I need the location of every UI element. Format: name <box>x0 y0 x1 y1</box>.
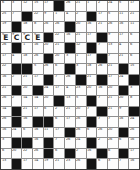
cell-number: 8 <box>130 96 132 99</box>
black-cell <box>129 75 139 85</box>
grid-cell-r4c4[interactable]: 5E <box>33 33 43 43</box>
grid-cell-r5c3[interactable]: 1 <box>22 43 32 53</box>
cell-number: 5 <box>76 96 78 99</box>
grid-cell-r10c8[interactable]: 5 <box>76 96 86 106</box>
grid-cell-r16c6[interactable]: 21 <box>54 159 64 169</box>
grid-cell-r10c5[interactable]: 20 <box>44 96 54 106</box>
grid-cell-r5c1[interactable]: 26 <box>1 43 11 53</box>
grid-cell-r4c7[interactable]: 16 <box>65 33 75 43</box>
black-cell <box>76 75 86 85</box>
cell-number: 24 <box>119 75 123 78</box>
grid-cell-r12c3[interactable]: 16 <box>22 117 32 127</box>
grid-cell-r4c1[interactable]: 5E <box>1 33 11 43</box>
grid-cell-r12c12[interactable]: 16 <box>119 117 129 127</box>
grid-cell-r12c8[interactable]: 26 <box>76 117 86 127</box>
grid-cell-r1c3[interactable]: 12 <box>22 1 32 11</box>
cell-number: 26 <box>34 54 38 57</box>
cell-number: 11 <box>44 128 48 131</box>
black-cell <box>97 54 107 64</box>
grid-cell-r3c5[interactable]: 26 <box>44 22 54 32</box>
grid-cell-r15c11[interactable]: 6 <box>108 149 118 159</box>
grid-cell-r13c3[interactable]: 6 <box>22 128 32 138</box>
cell-number: 22 <box>55 33 59 36</box>
grid-cell-r8c4[interactable]: 17 <box>33 75 43 85</box>
black-cell <box>22 12 32 22</box>
grid-cell-r3c4[interactable]: 8 <box>33 22 43 32</box>
grid-cell-r14c10[interactable]: 2 <box>97 138 107 148</box>
cell-number: 20 <box>44 96 48 99</box>
grid-cell-r2c10[interactable]: 17 <box>97 12 107 22</box>
grid-cell-r5c10[interactable]: 7 <box>97 43 107 53</box>
grid-cell-r14c4[interactable]: 16 <box>33 138 43 148</box>
cell-number: 24 <box>130 117 134 120</box>
grid-cell-r2c12[interactable]: 11 <box>119 12 129 22</box>
grid-cell-r13c6[interactable]: 17 <box>54 128 64 138</box>
grid-cell-r7c6[interactable]: 6 <box>54 64 64 74</box>
cell-number: 17 <box>87 33 91 36</box>
cell-number: 19 <box>44 159 48 162</box>
cell-number: 22 <box>2 64 6 67</box>
cell-number: 8 <box>34 22 36 25</box>
grid-cell-r8c6[interactable]: 7 <box>54 75 64 85</box>
grid-cell-r4c12[interactable]: 17 <box>119 33 129 43</box>
grid-cell-r7c1[interactable]: 22 <box>1 64 11 74</box>
grid-cell-r3c1[interactable]: 19 <box>1 22 11 32</box>
grid-cell-r13c13[interactable]: 26 <box>129 128 139 138</box>
grid-cell-r8c11[interactable]: 17 <box>108 75 118 85</box>
grid-cell-r2c2[interactable]: 7 <box>12 12 22 22</box>
cell-number: 17 <box>23 159 27 162</box>
cell-number: 21 <box>119 54 123 57</box>
grid-cell-r1c12[interactable]: 5 <box>119 1 129 11</box>
grid-cell-r13c9[interactable]: 6 <box>87 128 97 138</box>
grid-cell-r4c6[interactable]: 22 <box>54 33 64 43</box>
grid-cell-r13c5[interactable]: 11 <box>44 128 54 138</box>
cell-number: 16 <box>119 117 123 120</box>
grid-cell-r6c7[interactable]: 3 <box>65 54 75 64</box>
grid-cell-r16c4[interactable]: 14 <box>33 159 43 169</box>
grid-cell-r1c13[interactable]: 17 <box>129 1 139 11</box>
cell-number: 16 <box>2 128 6 131</box>
grid-cell-r16c7[interactable]: 23 <box>65 159 75 169</box>
grid-cell-r16c10[interactable]: 6 <box>97 159 107 169</box>
grid-cell-r6c3[interactable]: 18 <box>22 54 32 64</box>
black-cell <box>12 138 22 148</box>
grid-cell-r4c11[interactable]: 9 <box>108 33 118 43</box>
grid-cell-r3c12[interactable]: 16 <box>119 22 129 32</box>
grid-cell-r12c1[interactable]: 26 <box>1 117 11 127</box>
grid-cell-r10c3[interactable]: 14 <box>22 96 32 106</box>
codeword-grid: 6312151726211224517257229142175112119188… <box>0 0 140 170</box>
grid-cell-r10c11[interactable]: 21 <box>108 96 118 106</box>
grid-cell-r7c10[interactable]: 26 <box>97 64 107 74</box>
cell-number: 6 <box>44 107 46 110</box>
cell-number: 6 <box>108 149 110 152</box>
grid-cell-r1c7[interactable]: 26 <box>65 1 75 11</box>
cell-number: 7 <box>119 159 121 162</box>
cell-number: 3 <box>108 159 110 162</box>
grid-cell-r2c5[interactable]: 9 <box>44 12 54 22</box>
grid-cell-r5c8[interactable]: 12 <box>76 43 86 53</box>
grid-cell-r15c2[interactable]: 20 <box>12 149 22 159</box>
cell-number: 16 <box>34 43 38 46</box>
cell-number: 21 <box>108 96 112 99</box>
grid-cell-r10c2[interactable]: 2 <box>12 96 22 106</box>
grid-cell-r1c9[interactable]: 1 <box>87 1 97 11</box>
black-cell <box>119 86 129 96</box>
cell-number: 20 <box>12 149 16 152</box>
grid-cell-r5c11[interactable]: 13 <box>108 43 118 53</box>
cell-number: 6 <box>55 117 57 120</box>
black-cell <box>54 96 64 106</box>
cell-number: 21 <box>66 107 70 110</box>
black-cell <box>87 96 97 106</box>
grid-cell-r13c2[interactable]: 24 <box>12 128 22 138</box>
cell-number: 15 <box>34 1 38 4</box>
cell-number: 7 <box>12 12 14 15</box>
grid-cell-r7c13[interactable]: 15 <box>129 64 139 74</box>
grid-cell-r11c7[interactable]: 21 <box>65 107 75 117</box>
grid-cell-r11c4[interactable]: 17 <box>33 107 43 117</box>
black-cell <box>97 149 107 159</box>
grid-cell-r4c2[interactable]: 9C <box>12 33 22 43</box>
cell-number: 17 <box>130 149 134 152</box>
grid-cell-r15c6[interactable]: 6 <box>54 149 64 159</box>
grid-cell-r16c5[interactable]: 19 <box>44 159 54 169</box>
grid-cell-r6c1[interactable]: 17 <box>1 54 11 64</box>
grid-cell-r2c1[interactable]: 25 <box>1 12 11 22</box>
grid-cell-r13c4[interactable]: 16 <box>33 128 43 138</box>
grid-cell-r9c5[interactable]: 24 <box>44 86 54 96</box>
cell-number: 2 <box>76 12 78 15</box>
cell-number: 20 <box>108 128 112 131</box>
grid-cell-r6c2[interactable]: 4 <box>12 54 22 64</box>
grid-cell-r12c10[interactable]: 7 <box>97 117 107 127</box>
cell-number: 9 <box>119 107 121 110</box>
grid-cell-r6c6[interactable]: 20 <box>54 54 64 64</box>
black-cell <box>44 117 54 127</box>
grid-cell-r11c11[interactable]: 21 <box>108 107 118 117</box>
grid-cell-r13c1[interactable]: 16 <box>1 128 11 138</box>
grid-cell-r1c10[interactable]: 2 <box>97 1 107 11</box>
grid-cell-r2c11[interactable]: 5 <box>108 12 118 22</box>
grid-cell-r13c10[interactable]: 26 <box>97 128 107 138</box>
black-cell <box>44 33 54 43</box>
cell-number: 17 <box>98 12 102 15</box>
cell-number: 12 <box>76 43 80 46</box>
grid-cell-r2c4[interactable]: 22 <box>33 12 43 22</box>
cell-number: 4 <box>119 43 121 46</box>
cell-number: 20 <box>76 22 80 25</box>
cell-number: 17 <box>44 1 48 4</box>
grid-cell-r8c2[interactable]: 2 <box>12 75 22 85</box>
cell-number: 20 <box>76 107 80 110</box>
cell-number: 6 <box>2 149 4 152</box>
grid-cell-r12c7[interactable]: 17 <box>65 117 75 127</box>
cell-number: 1 <box>76 54 78 57</box>
black-cell <box>87 138 97 148</box>
grid-cell-r14c6[interactable]: 7 <box>54 138 64 148</box>
grid-cell-r6c11[interactable]: 7 <box>108 54 118 64</box>
grid-cell-r14c12[interactable]: 6 <box>119 138 129 148</box>
grid-cell-r7c5[interactable]: 26 <box>44 64 54 74</box>
black-cell <box>12 159 22 169</box>
cell-number: 16 <box>2 75 6 78</box>
black-cell <box>97 33 107 43</box>
grid-cell-r3c9[interactable]: 16 <box>87 22 97 32</box>
cell-number: 16 <box>130 138 134 141</box>
cell-number: 21 <box>87 75 91 78</box>
grid-cell-r3c6[interactable]: 26 <box>54 22 64 32</box>
grid-cell-r8c7[interactable]: 26 <box>65 75 75 85</box>
black-cell <box>119 64 129 74</box>
grid-cell-r1c8[interactable]: 21 <box>76 1 86 11</box>
grid-cell-r9c3[interactable]: 20 <box>22 86 32 96</box>
grid-cell-r8c9[interactable]: 21 <box>87 75 97 85</box>
grid-cell-r15c13[interactable]: 17 <box>129 149 139 159</box>
black-cell <box>65 22 75 32</box>
cell-number: 6 <box>2 1 4 4</box>
cell-number: 16 <box>87 149 91 152</box>
cell-number: 2 <box>98 1 100 4</box>
grid-cell-r6c12[interactable]: 21 <box>119 54 129 64</box>
grid-cell-r3c10[interactable]: 21 <box>97 22 107 32</box>
grid-cell-r1c4[interactable]: 15 <box>33 1 43 11</box>
cell-number: 18 <box>23 22 27 25</box>
grid-cell-r11c3[interactable]: 21 <box>22 107 32 117</box>
cell-number: 7 <box>108 54 110 57</box>
grid-cell-r6c9[interactable]: 17 <box>87 54 97 64</box>
cell-number: 22 <box>34 12 38 15</box>
cell-number: 22 <box>23 149 27 152</box>
grid-cell-r1c2[interactable]: 3 <box>12 1 22 11</box>
cell-number: 17 <box>55 128 59 131</box>
grid-cell-r15c4[interactable]: 26 <box>33 149 43 159</box>
grid-cell-r4c13[interactable]: 6 <box>129 33 139 43</box>
grid-cell-r14c13[interactable]: 16 <box>129 138 139 148</box>
cell-number: 16 <box>34 138 38 141</box>
grid-cell-r4c8[interactable]: 21 <box>76 33 86 43</box>
grid-cell-r16c13[interactable]: 16 <box>129 159 139 169</box>
grid-cell-r1c1[interactable]: 6 <box>1 1 11 11</box>
grid-cell-r6c8[interactable]: 1 <box>76 54 86 64</box>
cell-number: 6 <box>119 138 121 141</box>
cell-number: 2 <box>98 138 100 141</box>
grid-cell-r13c11[interactable]: 20 <box>108 128 118 138</box>
grid-cell-r5c4[interactable]: 16 <box>33 43 43 53</box>
cell-number: 6 <box>130 54 132 57</box>
grid-cell-r3c8[interactable]: 20 <box>76 22 86 32</box>
black-cell <box>65 128 75 138</box>
grid-cell-r15c8[interactable]: 2 <box>76 149 86 159</box>
cell-number: 3 <box>76 64 78 67</box>
cell-number: 7 <box>87 107 89 110</box>
grid-cell-r12c11[interactable]: 7 <box>108 117 118 127</box>
cell-number: 7 <box>108 117 110 120</box>
grid-cell-r9c7[interactable]: 4 <box>65 86 75 96</box>
grid-cell-r8c1[interactable]: 16 <box>1 75 11 85</box>
grid-cell-r10c4[interactable]: 14 <box>33 96 43 106</box>
cell-number: 7 <box>55 75 57 78</box>
cell-number: 13 <box>66 96 70 99</box>
cell-number: 23 <box>66 159 70 162</box>
grid-cell-r5c6[interactable]: 21 <box>54 43 64 53</box>
grid-cell-r16c11[interactable]: 3 <box>108 159 118 169</box>
grid-cell-r9c10[interactable]: 16 <box>97 86 107 96</box>
cell-number: 20 <box>87 86 91 89</box>
cell-number: 23 <box>76 86 80 89</box>
cell-number: 16 <box>23 117 27 120</box>
cell-number: 26 <box>66 1 70 4</box>
grid-cell-r11c1[interactable]: 14 <box>1 107 11 117</box>
grid-cell-r7c4[interactable]: 5 <box>33 64 43 74</box>
black-cell <box>87 159 97 169</box>
grid-cell-r7c9[interactable]: 18 <box>87 64 97 74</box>
grid-cell-r3c13[interactable]: 11 <box>129 22 139 32</box>
grid-cell-r6c4[interactable]: 26 <box>33 54 43 64</box>
cell-number: 14 <box>23 96 27 99</box>
grid-cell-r6c13[interactable]: 6 <box>129 54 139 64</box>
black-cell <box>65 43 75 53</box>
black-cell <box>33 117 43 127</box>
cell-number: 17 <box>130 1 134 4</box>
cell-number: 26 <box>98 64 102 67</box>
cell-number: 26 <box>2 43 6 46</box>
cell-number: 3 <box>66 54 68 57</box>
grid-cell-r7c11[interactable]: 21 <box>108 64 118 74</box>
cell-number: 3 <box>130 86 132 89</box>
cell-number: 20 <box>108 86 112 89</box>
cell-number: 17 <box>34 75 38 78</box>
cell-number: 4 <box>12 54 14 57</box>
black-cell <box>12 43 22 53</box>
cell-number: 26 <box>2 117 6 120</box>
grid-cell-r2c13[interactable]: 21 <box>129 12 139 22</box>
grid-cell-r11c12[interactable]: 9 <box>119 107 129 117</box>
cell-number: 5 <box>34 33 36 36</box>
black-cell <box>87 12 97 22</box>
grid-cell-r1c5[interactable]: 17 <box>44 1 54 11</box>
grid-cell-r14c7[interactable]: 26 <box>65 138 75 148</box>
grid-cell-r14c11[interactable]: 26 <box>108 138 118 148</box>
cell-number: 5 <box>119 1 121 4</box>
grid-cell-r11c9[interactable]: 7 <box>87 107 97 117</box>
cell-number: 26 <box>130 128 134 131</box>
grid-cell-r11c8[interactable]: 20 <box>76 107 86 117</box>
cell-number: 4 <box>66 12 68 15</box>
grid-cell-r4c3[interactable]: 9C <box>22 33 32 43</box>
grid-cell-r10c12[interactable]: 20 <box>119 96 129 106</box>
grid-cell-r4c9[interactable]: 17 <box>87 33 97 43</box>
grid-cell-r2c6[interactable]: 1 <box>54 12 64 22</box>
cell-number: 26 <box>2 96 6 99</box>
grid-cell-r10c13[interactable]: 8 <box>129 96 139 106</box>
grid-cell-r9c6[interactable]: 17 <box>54 86 64 96</box>
grid-cell-r3c3[interactable]: 18 <box>22 22 32 32</box>
black-cell <box>44 54 54 64</box>
given-letter: E <box>35 34 40 42</box>
grid-cell-r11c6[interactable]: 2 <box>54 107 64 117</box>
cell-number: 16 <box>119 22 123 25</box>
cell-number: 17 <box>108 75 112 78</box>
grid-cell-r14c1[interactable]: 3 <box>1 138 11 148</box>
cell-number: 25 <box>2 12 6 15</box>
grid-cell-r15c1[interactable]: 6 <box>1 149 11 159</box>
grid-cell-r16c3[interactable]: 17 <box>22 159 32 169</box>
grid-cell-r9c1[interactable]: 21 <box>1 86 11 96</box>
cell-number: 26 <box>66 75 70 78</box>
grid-cell-r15c9[interactable]: 16 <box>87 149 97 159</box>
black-cell <box>119 128 129 138</box>
cell-number: 24 <box>44 86 48 89</box>
cell-number: 24 <box>12 128 16 131</box>
grid-cell-r11c5[interactable]: 6 <box>44 107 54 117</box>
grid-cell-r16c8[interactable]: 26 <box>76 159 86 169</box>
grid-cell-r12c6[interactable]: 6 <box>54 117 64 127</box>
black-cell <box>54 1 64 11</box>
grid-cell-r2c7[interactable]: 4 <box>65 12 75 22</box>
cell-number: 9 <box>108 33 110 36</box>
cell-number: 6 <box>98 159 100 162</box>
given-letter: E <box>3 34 8 42</box>
cell-number: 21 <box>76 1 80 4</box>
black-cell <box>44 75 54 85</box>
grid-cell-r1c11[interactable]: 24 <box>108 1 118 11</box>
grid-cell-r10c7[interactable]: 13 <box>65 96 75 106</box>
grid-cell-r10c1[interactable]: 26 <box>1 96 11 106</box>
black-cell <box>129 107 139 117</box>
cell-number: 7 <box>98 96 100 99</box>
given-letter: C <box>24 34 30 42</box>
grid-cell-r9c9[interactable]: 20 <box>87 86 97 96</box>
grid-cell-r7c8[interactable]: 3 <box>76 64 86 74</box>
cell-number: 3 <box>2 138 4 141</box>
grid-cell-r5c5[interactable]: 20 <box>44 43 54 53</box>
cell-number: 11 <box>130 22 134 25</box>
cell-number: 2 <box>76 149 78 152</box>
grid-cell-r16c12[interactable]: 7 <box>119 159 129 169</box>
cell-number: 13 <box>108 43 112 46</box>
grid-cell-r16c1[interactable]: 13 <box>1 159 11 169</box>
grid-cell-r9c8[interactable]: 23 <box>76 86 86 96</box>
grid-cell-r10c10[interactable]: 7 <box>97 96 107 106</box>
grid-cell-r14c8[interactable]: 24 <box>76 138 86 148</box>
cell-number: 7 <box>55 138 57 141</box>
grid-cell-r13c8[interactable]: 26 <box>76 128 86 138</box>
grid-cell-r8c3[interactable]: 21 <box>22 75 32 85</box>
grid-cell-r9c13[interactable]: 3 <box>129 86 139 96</box>
cell-number: 26 <box>44 64 48 67</box>
cell-number: 9 <box>44 12 46 15</box>
cell-number: 1 <box>23 43 25 46</box>
cell-number: 24 <box>108 1 112 4</box>
cell-number: 2 <box>55 107 57 110</box>
grid-cell-r2c8[interactable]: 2 <box>76 12 86 22</box>
black-cell <box>65 149 75 159</box>
grid-cell-r15c3[interactable]: 22 <box>22 149 32 159</box>
grid-cell-r5c13[interactable]: 6 <box>129 43 139 53</box>
grid-cell-r12c13[interactable]: 24 <box>129 117 139 127</box>
grid-cell-r3c11[interactable]: 26 <box>108 22 118 32</box>
grid-cell-r9c11[interactable]: 20 <box>108 86 118 96</box>
cell-number: 9 <box>12 33 14 36</box>
cell-number: 7 <box>98 43 100 46</box>
cell-number: 26 <box>76 128 80 131</box>
cell-number: 21 <box>23 75 27 78</box>
grid-cell-r5c12[interactable]: 4 <box>119 43 129 53</box>
grid-cell-r8c12[interactable]: 24 <box>119 75 129 85</box>
cell-number: 12 <box>23 1 27 4</box>
